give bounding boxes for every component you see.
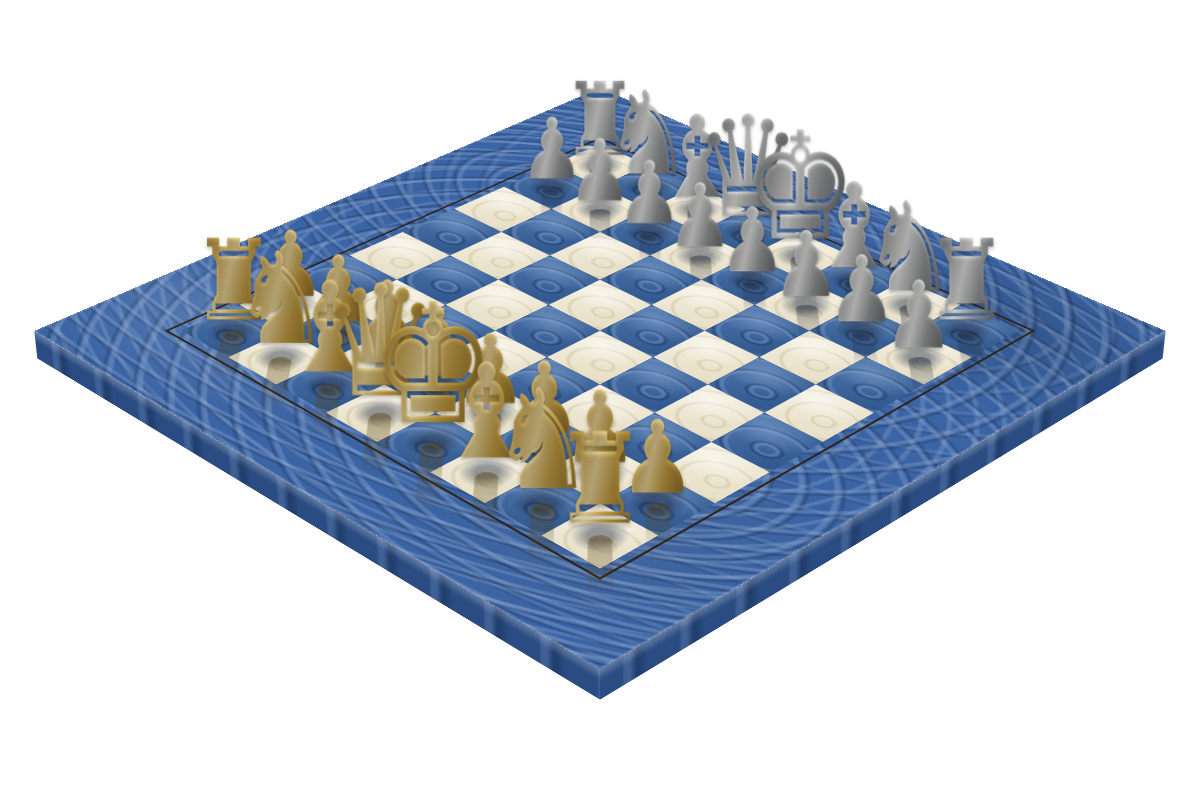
piece-gloss-reflection <box>742 280 767 314</box>
piece-gloss-reflection <box>645 503 671 546</box>
product-photo-scene: ♜♞♝♛♚♝♞♜♟♟♟♟♟♟♟♟♟♟♟♟♟♟♟♟♜♞♝♛♚♝♞♜ <box>0 0 1200 800</box>
piece-gloss-reflection <box>590 209 611 240</box>
chess-board: ♜♞♝♛♚♝♞♜♟♟♟♟♟♟♟♟♟♟♟♟♟♟♟♟♜♞♝♛♚♝♞♜ <box>34 88 1165 669</box>
piece-gloss-reflection <box>528 503 554 565</box>
piece-gloss-reflection <box>690 255 713 288</box>
piece-gloss-reflection <box>639 232 661 264</box>
piece-gloss-reflection <box>587 535 612 596</box>
piece-gloss-reflection <box>541 187 562 217</box>
white-rook-glyph: ♜ <box>552 416 647 541</box>
piece-gloss-reflection <box>795 305 821 340</box>
black-pawn-glyph: ♟ <box>883 270 954 363</box>
